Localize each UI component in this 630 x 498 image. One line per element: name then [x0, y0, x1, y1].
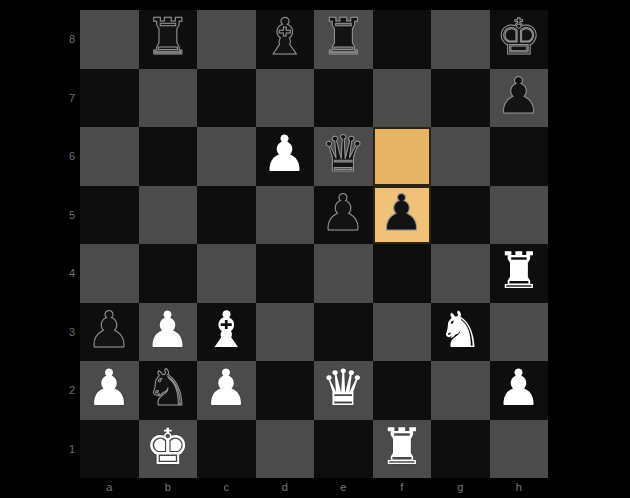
- square-e1[interactable]: [314, 420, 373, 479]
- rank-labels: 87654321: [58, 10, 78, 478]
- square-c6[interactable]: [197, 127, 256, 186]
- rank-label-6: 6: [58, 127, 78, 186]
- square-b5[interactable]: [139, 186, 198, 245]
- piece-white-king-b1[interactable]: ♚: [145, 422, 190, 472]
- square-b2[interactable]: ♞: [139, 361, 198, 420]
- piece-black-king-h8[interactable]: ♚: [496, 12, 541, 62]
- piece-black-rook-b8[interactable]: ♜: [145, 12, 190, 62]
- rank-label-1: 1: [58, 420, 78, 479]
- piece-white-pawn-c2[interactable]: ♟: [204, 363, 249, 413]
- file-label-b: b: [139, 478, 198, 496]
- square-h1[interactable]: [490, 420, 549, 479]
- square-d1[interactable]: [256, 420, 315, 479]
- square-h4[interactable]: ♜: [490, 244, 549, 303]
- file-label-h: h: [490, 478, 549, 496]
- square-g2[interactable]: [431, 361, 490, 420]
- file-label-f: f: [373, 478, 432, 496]
- square-a7[interactable]: [80, 69, 139, 128]
- square-h6[interactable]: [490, 127, 549, 186]
- square-e2[interactable]: ♛: [314, 361, 373, 420]
- square-a4[interactable]: [80, 244, 139, 303]
- square-h7[interactable]: ♟: [490, 69, 549, 128]
- square-g8[interactable]: [431, 10, 490, 69]
- square-a8[interactable]: [80, 10, 139, 69]
- square-e4[interactable]: [314, 244, 373, 303]
- piece-white-knight-g3[interactable]: ♞: [438, 305, 483, 355]
- square-e6[interactable]: ♛: [314, 127, 373, 186]
- piece-black-pawn-e5[interactable]: ♟: [321, 188, 366, 238]
- piece-black-rook-e8[interactable]: ♜: [321, 12, 366, 62]
- square-d5[interactable]: [256, 186, 315, 245]
- piece-white-pawn-a2[interactable]: ♟: [87, 363, 132, 413]
- piece-white-rook-f1[interactable]: ♜: [379, 422, 424, 472]
- square-e5[interactable]: ♟: [314, 186, 373, 245]
- rank-label-2: 2: [58, 361, 78, 420]
- piece-black-pawn-a3[interactable]: ♟: [87, 305, 132, 355]
- file-label-e: e: [314, 478, 373, 496]
- rank-label-8: 8: [58, 10, 78, 69]
- square-d8[interactable]: ♝: [256, 10, 315, 69]
- file-label-c: c: [197, 478, 256, 496]
- square-f6[interactable]: [373, 127, 432, 186]
- square-g7[interactable]: [431, 69, 490, 128]
- rank-label-7: 7: [58, 69, 78, 128]
- piece-white-queen-e2[interactable]: ♛: [321, 363, 366, 413]
- square-f5[interactable]: ♟: [373, 186, 432, 245]
- square-g1[interactable]: [431, 420, 490, 479]
- piece-white-rook-h4[interactable]: ♜: [496, 246, 541, 296]
- square-e3[interactable]: [314, 303, 373, 362]
- square-d7[interactable]: [256, 69, 315, 128]
- square-a1[interactable]: [80, 420, 139, 479]
- piece-white-pawn-b3[interactable]: ♟: [145, 305, 190, 355]
- piece-black-queen-e6[interactable]: ♛: [321, 129, 366, 179]
- square-a3[interactable]: ♟: [80, 303, 139, 362]
- square-h3[interactable]: [490, 303, 549, 362]
- square-c4[interactable]: [197, 244, 256, 303]
- square-f4[interactable]: [373, 244, 432, 303]
- square-g4[interactable]: [431, 244, 490, 303]
- piece-black-knight-b2[interactable]: ♞: [145, 363, 190, 413]
- file-label-d: d: [256, 478, 315, 496]
- square-e7[interactable]: [314, 69, 373, 128]
- square-h5[interactable]: [490, 186, 549, 245]
- square-c2[interactable]: ♟: [197, 361, 256, 420]
- square-c3[interactable]: ♝: [197, 303, 256, 362]
- square-g3[interactable]: ♞: [431, 303, 490, 362]
- square-e8[interactable]: ♜: [314, 10, 373, 69]
- square-d2[interactable]: [256, 361, 315, 420]
- square-g6[interactable]: [431, 127, 490, 186]
- square-b7[interactable]: [139, 69, 198, 128]
- square-h2[interactable]: ♟: [490, 361, 549, 420]
- piece-white-bishop-c3[interactable]: ♝: [204, 305, 249, 355]
- piece-black-bishop-d8[interactable]: ♝: [262, 12, 307, 62]
- file-label-g: g: [431, 478, 490, 496]
- square-b8[interactable]: ♜: [139, 10, 198, 69]
- square-f1[interactable]: ♜: [373, 420, 432, 479]
- square-b6[interactable]: [139, 127, 198, 186]
- piece-white-pawn-d6[interactable]: ♟: [262, 129, 307, 179]
- rank-label-4: 4: [58, 244, 78, 303]
- chess-board: ♜♝♜♚♟♟♛♟♟♜♟♟♝♞♟♞♟♛♟♚♜: [80, 10, 548, 478]
- square-a6[interactable]: [80, 127, 139, 186]
- square-b1[interactable]: ♚: [139, 420, 198, 479]
- square-f8[interactable]: [373, 10, 432, 69]
- square-d4[interactable]: [256, 244, 315, 303]
- square-d6[interactable]: ♟: [256, 127, 315, 186]
- square-c7[interactable]: [197, 69, 256, 128]
- square-c1[interactable]: [197, 420, 256, 479]
- rank-label-3: 3: [58, 303, 78, 362]
- square-g5[interactable]: [431, 186, 490, 245]
- square-f3[interactable]: [373, 303, 432, 362]
- piece-black-pawn-h7[interactable]: ♟: [496, 71, 541, 121]
- file-label-a: a: [80, 478, 139, 496]
- piece-white-pawn-h2[interactable]: ♟: [496, 363, 541, 413]
- rank-label-5: 5: [58, 186, 78, 245]
- file-labels: abcdefgh: [80, 478, 548, 496]
- square-f2[interactable]: [373, 361, 432, 420]
- piece-black-pawn-f5[interactable]: ♟: [379, 188, 424, 238]
- square-b4[interactable]: [139, 244, 198, 303]
- chess-board-grid: ♜♝♜♚♟♟♛♟♟♜♟♟♝♞♟♞♟♛♟♚♜: [80, 10, 548, 478]
- square-a5[interactable]: [80, 186, 139, 245]
- square-f7[interactable]: [373, 69, 432, 128]
- square-c8[interactable]: [197, 10, 256, 69]
- square-d3[interactable]: [256, 303, 315, 362]
- square-c5[interactable]: [197, 186, 256, 245]
- square-h8[interactable]: ♚: [490, 10, 549, 69]
- square-b3[interactable]: ♟: [139, 303, 198, 362]
- square-a2[interactable]: ♟: [80, 361, 139, 420]
